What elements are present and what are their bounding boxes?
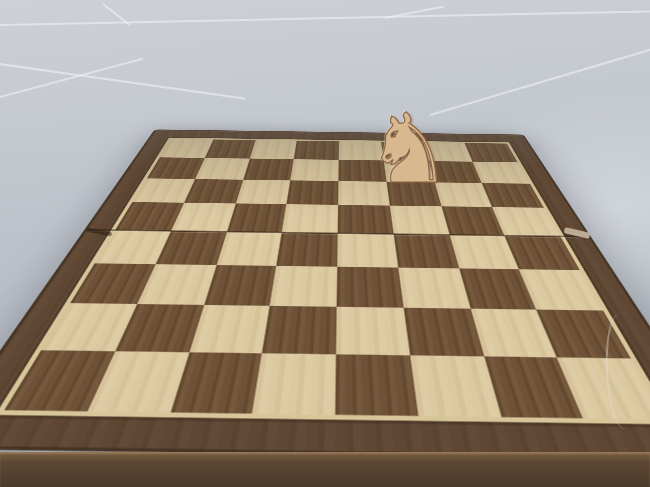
square-d5[interactable] — [282, 204, 338, 233]
square-e3[interactable] — [337, 267, 404, 308]
board-squares — [0, 138, 650, 425]
square-b8[interactable] — [205, 139, 255, 158]
square-c3[interactable] — [204, 265, 277, 306]
square-d6[interactable] — [287, 180, 339, 205]
square-e5[interactable] — [338, 205, 394, 234]
square-c7[interactable] — [243, 158, 294, 180]
board-perspective-wrapper — [0, 0, 650, 487]
square-d1[interactable] — [252, 354, 336, 415]
square-d4[interactable] — [277, 232, 338, 266]
square-h5[interactable] — [492, 207, 560, 236]
square-c5[interactable] — [226, 204, 286, 233]
scene: ♞ — [0, 0, 650, 487]
square-d7[interactable] — [291, 159, 339, 181]
square-f5[interactable] — [390, 206, 449, 235]
square-b6[interactable] — [184, 179, 243, 204]
square-d2[interactable] — [262, 305, 336, 354]
square-e4[interactable] — [337, 233, 398, 267]
square-f4[interactable] — [393, 234, 458, 268]
square-h7[interactable] — [473, 162, 530, 184]
board-front-edge — [0, 452, 650, 487]
white-knight[interactable]: ♞ — [361, 101, 457, 197]
square-c4[interactable] — [216, 232, 282, 266]
square-d3[interactable] — [270, 266, 337, 307]
square-h8[interactable] — [465, 143, 518, 162]
square-c2[interactable] — [188, 304, 270, 353]
square-c6[interactable] — [235, 179, 290, 204]
chessboard — [0, 129, 650, 460]
square-h6[interactable] — [482, 183, 544, 208]
perspective-container — [0, 0, 650, 487]
square-b5[interactable] — [171, 203, 235, 232]
square-c8[interactable] — [249, 140, 297, 159]
square-e1[interactable] — [335, 355, 418, 416]
square-d8[interactable] — [294, 141, 339, 160]
square-b7[interactable] — [195, 158, 249, 180]
square-e2[interactable] — [336, 306, 410, 355]
